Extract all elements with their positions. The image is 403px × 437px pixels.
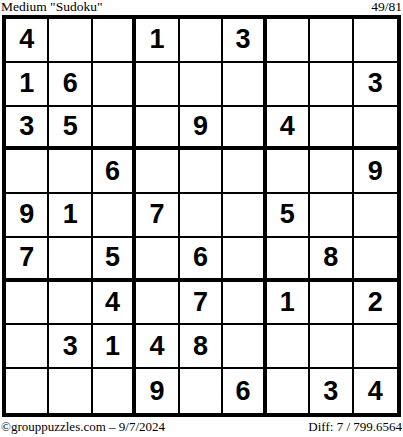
cell-r4c8[interactable]: [310, 150, 353, 194]
cell-r4c1[interactable]: [6, 150, 49, 194]
cell-r8c2[interactable]: 3: [49, 325, 92, 369]
cell-r2c3[interactable]: [93, 63, 136, 107]
cell-r2c4[interactable]: [136, 63, 179, 107]
sudoku-page: Medium "Sudoku" 49/81 413163359469917575…: [0, 0, 403, 437]
cell-r6c9[interactable]: [354, 238, 397, 282]
copyright-text: ©grouppuzzles.com – 9/7/2024: [1, 420, 165, 434]
cell-r6c4[interactable]: [136, 238, 179, 282]
cell-r4c5[interactable]: [180, 150, 223, 194]
cell-r9c6[interactable]: 6: [223, 369, 266, 413]
cell-r5c4[interactable]: 7: [136, 194, 179, 238]
difficulty-text: Diff: 7 / 799.6564: [308, 420, 402, 434]
cell-r7c9[interactable]: 2: [354, 282, 397, 326]
cell-r4c2[interactable]: [49, 150, 92, 194]
cell-r7c4[interactable]: [136, 282, 179, 326]
cell-r9c2[interactable]: [49, 369, 92, 413]
cell-r8c8[interactable]: [310, 325, 353, 369]
cell-r6c7[interactable]: [267, 238, 310, 282]
cell-r2c7[interactable]: [267, 63, 310, 107]
cell-r2c5[interactable]: [180, 63, 223, 107]
cell-r6c2[interactable]: [49, 238, 92, 282]
cell-r1c2[interactable]: [49, 19, 92, 63]
cell-r7c6[interactable]: [223, 282, 266, 326]
cell-r5c9[interactable]: [354, 194, 397, 238]
cell-r7c3[interactable]: 4: [93, 282, 136, 326]
cell-r2c2[interactable]: 6: [49, 63, 92, 107]
cell-r3c8[interactable]: [310, 107, 353, 151]
cell-r7c2[interactable]: [49, 282, 92, 326]
cell-r1c3[interactable]: [93, 19, 136, 63]
footer: ©grouppuzzles.com – 9/7/2024 Diff: 7 / 7…: [0, 417, 403, 437]
cell-r8c7[interactable]: [267, 325, 310, 369]
cell-r4c9[interactable]: 9: [354, 150, 397, 194]
cell-r8c5[interactable]: 8: [180, 325, 223, 369]
cell-r4c6[interactable]: [223, 150, 266, 194]
cell-r9c9[interactable]: 4: [354, 369, 397, 413]
cell-r3c7[interactable]: 4: [267, 107, 310, 151]
cell-r1c5[interactable]: [180, 19, 223, 63]
cell-r3c1[interactable]: 3: [6, 107, 49, 151]
sudoku-board: 41316335946991757568471231489634: [2, 15, 401, 417]
progress-counter: 49/81: [371, 0, 402, 13]
cell-r8c3[interactable]: 1: [93, 325, 136, 369]
cell-r4c3[interactable]: 6: [93, 150, 136, 194]
cell-r6c3[interactable]: 5: [93, 238, 136, 282]
cell-r9c4[interactable]: 9: [136, 369, 179, 413]
cell-r5c6[interactable]: [223, 194, 266, 238]
cell-r7c1[interactable]: [6, 282, 49, 326]
cell-r9c3[interactable]: [93, 369, 136, 413]
cell-r4c7[interactable]: [267, 150, 310, 194]
header: Medium "Sudoku" 49/81: [0, 0, 403, 15]
cell-r5c5[interactable]: [180, 194, 223, 238]
cell-r7c8[interactable]: [310, 282, 353, 326]
cell-r1c4[interactable]: 1: [136, 19, 179, 63]
cell-r4c4[interactable]: [136, 150, 179, 194]
cell-r9c5[interactable]: [180, 369, 223, 413]
cell-r9c8[interactable]: 3: [310, 369, 353, 413]
cell-r8c1[interactable]: [6, 325, 49, 369]
cell-r3c2[interactable]: 5: [49, 107, 92, 151]
cell-r3c6[interactable]: [223, 107, 266, 151]
cell-r9c7[interactable]: [267, 369, 310, 413]
cell-r2c6[interactable]: [223, 63, 266, 107]
cell-r7c5[interactable]: 7: [180, 282, 223, 326]
cell-r1c9[interactable]: [354, 19, 397, 63]
cell-r1c1[interactable]: 4: [6, 19, 49, 63]
cell-r2c8[interactable]: [310, 63, 353, 107]
cell-r3c3[interactable]: [93, 107, 136, 151]
cell-r2c9[interactable]: 3: [354, 63, 397, 107]
cell-r9c1[interactable]: [6, 369, 49, 413]
cell-r5c1[interactable]: 9: [6, 194, 49, 238]
cell-r6c1[interactable]: 7: [6, 238, 49, 282]
cell-r1c8[interactable]: [310, 19, 353, 63]
cell-r8c6[interactable]: [223, 325, 266, 369]
cell-r3c5[interactable]: 9: [180, 107, 223, 151]
cell-r5c3[interactable]: [93, 194, 136, 238]
cell-r6c5[interactable]: 6: [180, 238, 223, 282]
cell-r1c7[interactable]: [267, 19, 310, 63]
cell-r8c4[interactable]: 4: [136, 325, 179, 369]
cell-r5c7[interactable]: 5: [267, 194, 310, 238]
page-title: Medium "Sudoku": [1, 0, 102, 13]
cell-r3c4[interactable]: [136, 107, 179, 151]
cell-r5c2[interactable]: 1: [49, 194, 92, 238]
cell-r7c7[interactable]: 1: [267, 282, 310, 326]
cell-r1c6[interactable]: 3: [223, 19, 266, 63]
cell-r8c9[interactable]: [354, 325, 397, 369]
cell-r6c6[interactable]: [223, 238, 266, 282]
cell-r6c8[interactable]: 8: [310, 238, 353, 282]
cell-r5c8[interactable]: [310, 194, 353, 238]
cell-r2c1[interactable]: 1: [6, 63, 49, 107]
cell-r3c9[interactable]: [354, 107, 397, 151]
